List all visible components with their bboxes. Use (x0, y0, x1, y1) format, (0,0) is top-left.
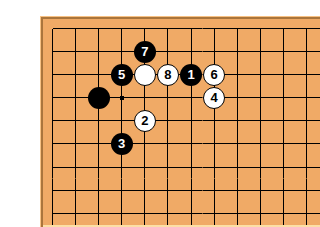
board-intersection[interactable] (295, 40, 318, 63)
white-stone (134, 64, 156, 86)
board-intersection[interactable] (226, 19, 249, 40)
board-intersection[interactable] (249, 132, 272, 155)
board-intersection[interactable]: 7 (133, 40, 156, 63)
board-intersection[interactable] (249, 179, 272, 202)
board-intersection[interactable] (272, 202, 295, 225)
board-intersection[interactable] (226, 40, 249, 63)
black-stone-7: 7 (134, 41, 156, 63)
board-intersection[interactable] (226, 63, 249, 86)
board-intersection[interactable] (110, 179, 133, 202)
board-intersection[interactable] (203, 109, 226, 132)
board-intersection[interactable] (133, 19, 156, 40)
black-stone-5: 5 (111, 64, 133, 86)
board-intersection[interactable] (43, 179, 64, 202)
board-intersection[interactable] (272, 63, 295, 86)
board-intersection[interactable] (156, 86, 179, 109)
board-intersection[interactable] (110, 86, 133, 109)
board-intersection[interactable] (43, 132, 64, 155)
board-intersection[interactable] (110, 109, 133, 132)
go-board-diagram: 75816423 (40, 16, 320, 227)
board-intersection[interactable] (226, 179, 249, 202)
board-intersection[interactable]: 1 (179, 63, 202, 86)
board-intersection[interactable] (249, 40, 272, 63)
board-intersection[interactable] (272, 179, 295, 202)
board-intersection[interactable] (133, 132, 156, 155)
board-intersection[interactable] (43, 40, 64, 63)
board-intersection[interactable] (156, 132, 179, 155)
board-intersection[interactable] (43, 86, 64, 109)
board-intersection[interactable]: 5 (110, 63, 133, 86)
board-intersection[interactable] (133, 202, 156, 225)
black-stone (88, 87, 110, 109)
board-intersection[interactable] (64, 19, 87, 40)
board-intersection[interactable] (110, 19, 133, 40)
board-intersection[interactable] (64, 132, 87, 155)
board-intersection[interactable] (43, 63, 64, 86)
board-intersection[interactable] (272, 155, 295, 178)
white-stone-4: 4 (203, 87, 225, 109)
board-intersection[interactable] (87, 19, 110, 40)
board-intersection[interactable] (43, 109, 64, 132)
board-intersection[interactable] (87, 132, 110, 155)
board-intersection[interactable] (110, 202, 133, 225)
board-intersection[interactable] (87, 202, 110, 225)
board-intersection[interactable] (156, 19, 179, 40)
board-intersection[interactable] (272, 86, 295, 109)
board-intersection[interactable] (87, 86, 110, 109)
board-intersection[interactable] (226, 155, 249, 178)
white-stone-8: 8 (157, 64, 179, 86)
board-intersection[interactable] (179, 19, 202, 40)
board-intersection[interactable] (295, 132, 318, 155)
board-intersection[interactable] (179, 40, 202, 63)
board-intersection[interactable] (43, 19, 64, 40)
board-intersection[interactable] (43, 202, 64, 225)
board-intersection[interactable] (249, 155, 272, 178)
board-intersection[interactable]: 4 (203, 86, 226, 109)
board-intersection[interactable] (64, 40, 87, 63)
board-intersection[interactable] (64, 202, 87, 225)
board-intersection[interactable] (179, 132, 202, 155)
go-board-grid: 75816423 (43, 19, 320, 225)
board-intersection[interactable] (179, 109, 202, 132)
board-clip-area: 75816423 (43, 19, 320, 225)
board-intersection[interactable] (133, 63, 156, 86)
board-intersection[interactable] (295, 179, 318, 202)
board-intersection[interactable] (249, 109, 272, 132)
board-intersection[interactable] (295, 63, 318, 86)
board-intersection[interactable] (226, 86, 249, 109)
board-intersection[interactable] (64, 63, 87, 86)
board-intersection[interactable] (110, 155, 133, 178)
board-intersection[interactable] (226, 109, 249, 132)
board-intersection[interactable] (295, 86, 318, 109)
board-intersection[interactable] (249, 19, 272, 40)
board-intersection[interactable] (272, 19, 295, 40)
board-intersection[interactable] (156, 179, 179, 202)
board-intersection[interactable] (64, 155, 87, 178)
board-intersection[interactable] (249, 63, 272, 86)
board-intersection[interactable] (295, 202, 318, 225)
board-intersection[interactable] (87, 155, 110, 178)
board-intersection[interactable] (203, 19, 226, 40)
black-stone-1: 1 (180, 64, 202, 86)
board-intersection[interactable] (156, 109, 179, 132)
board-intersection[interactable] (203, 202, 226, 225)
board-intersection[interactable] (156, 202, 179, 225)
board-intersection[interactable] (133, 179, 156, 202)
board-intersection[interactable] (156, 155, 179, 178)
board-intersection[interactable] (156, 40, 179, 63)
board-intersection[interactable] (203, 40, 226, 63)
board-intersection[interactable] (179, 86, 202, 109)
board-intersection[interactable] (133, 86, 156, 109)
board-intersection[interactable] (203, 132, 226, 155)
white-stone-2: 2 (134, 110, 156, 132)
board-intersection[interactable] (249, 86, 272, 109)
board-intersection[interactable] (87, 109, 110, 132)
board-intersection[interactable] (203, 155, 226, 178)
board-intersection[interactable] (272, 109, 295, 132)
board-intersection[interactable] (179, 155, 202, 178)
board-intersection[interactable]: 8 (156, 63, 179, 86)
board-intersection[interactable]: 6 (203, 63, 226, 86)
board-intersection[interactable] (249, 202, 272, 225)
board-intersection[interactable] (133, 155, 156, 178)
board-intersection[interactable] (87, 63, 110, 86)
board-intersection[interactable] (272, 132, 295, 155)
board-intersection[interactable] (43, 155, 64, 178)
board-intersection[interactable] (64, 179, 87, 202)
board-intersection[interactable] (87, 179, 110, 202)
board-intersection[interactable] (64, 86, 87, 109)
board-intersection[interactable] (203, 179, 226, 202)
board-intersection[interactable] (179, 179, 202, 202)
board-intersection[interactable] (295, 155, 318, 178)
board-intersection[interactable]: 2 (133, 109, 156, 132)
board-intersection[interactable] (64, 109, 87, 132)
black-stone-3: 3 (111, 133, 133, 155)
board-intersection[interactable] (226, 202, 249, 225)
board-intersection[interactable] (179, 202, 202, 225)
star-point (120, 96, 124, 100)
board-intersection[interactable] (272, 40, 295, 63)
board-intersection[interactable]: 3 (110, 132, 133, 155)
board-intersection[interactable] (295, 109, 318, 132)
board-intersection[interactable] (226, 132, 249, 155)
board-intersection[interactable] (110, 40, 133, 63)
white-stone-6: 6 (203, 64, 225, 86)
board-intersection[interactable] (87, 40, 110, 63)
board-intersection[interactable] (295, 19, 318, 40)
